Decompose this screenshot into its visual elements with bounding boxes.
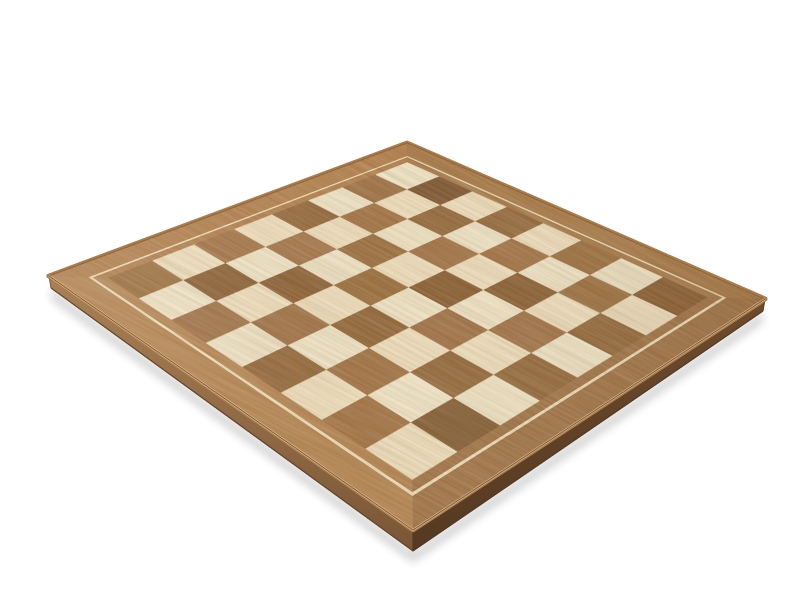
- chess-board: [0, 0, 800, 600]
- lighting-overlay: [49, 143, 765, 530]
- page-background: [0, 0, 800, 600]
- chessboard-photo: [0, 0, 800, 600]
